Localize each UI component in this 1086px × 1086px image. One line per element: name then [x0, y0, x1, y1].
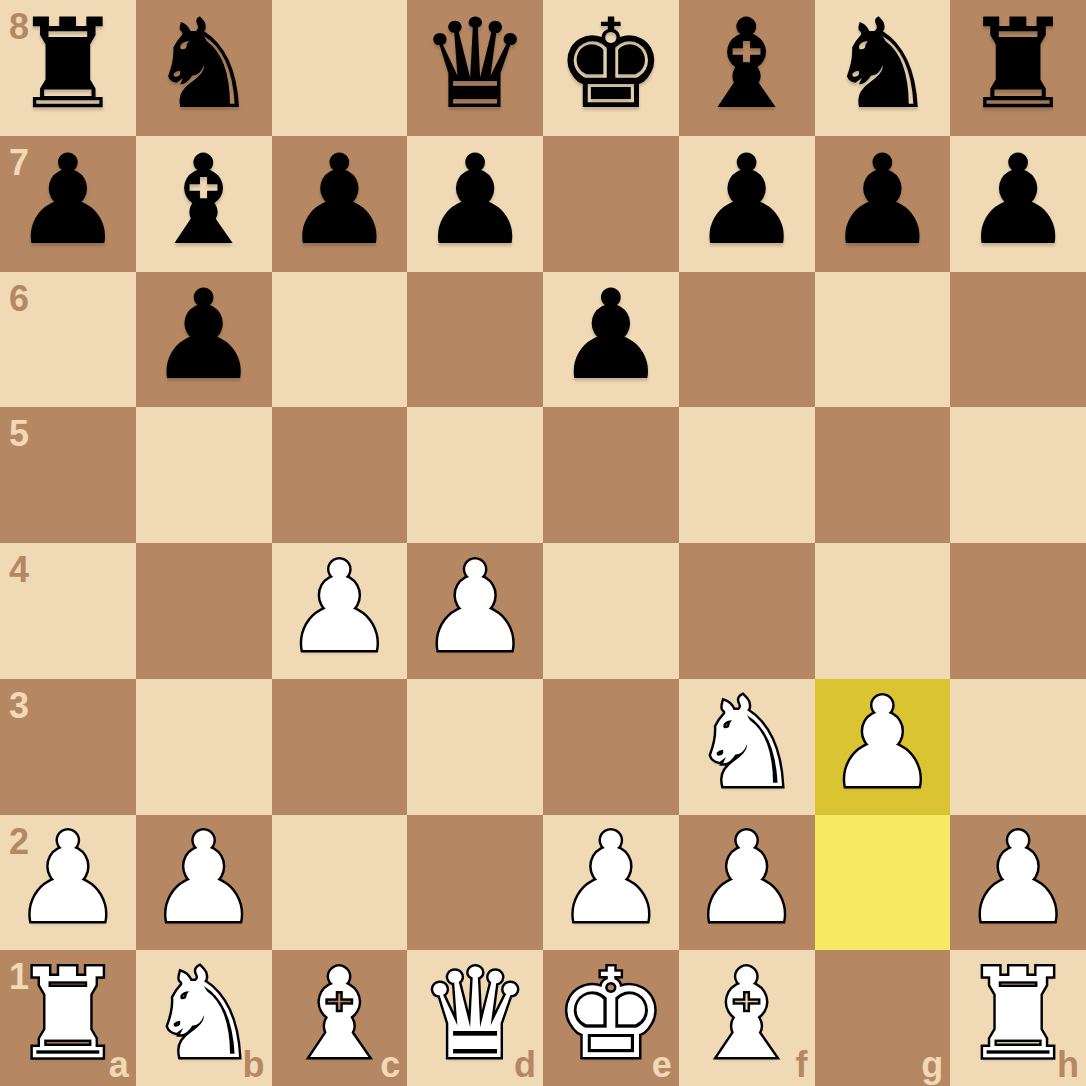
square-g5[interactable] [815, 407, 951, 543]
square-c3[interactable] [272, 679, 408, 815]
square-e4[interactable] [543, 543, 679, 679]
square-f8[interactable]: ♝ [679, 0, 815, 136]
square-c6[interactable] [272, 272, 408, 408]
square-a1[interactable]: 1a♜ [0, 950, 136, 1086]
square-d6[interactable] [407, 272, 543, 408]
square-f1[interactable]: f♝ [679, 950, 815, 1086]
black-pawn-a7[interactable]: ♟ [12, 138, 123, 262]
square-h7[interactable]: ♟ [950, 136, 1086, 272]
square-h1[interactable]: h♜ [950, 950, 1086, 1086]
white-pawn-d4[interactable]: ♟ [420, 545, 531, 669]
square-g7[interactable]: ♟ [815, 136, 951, 272]
white-rook-a1[interactable]: ♜ [12, 952, 123, 1076]
square-h3[interactable] [950, 679, 1086, 815]
white-bishop-f1[interactable]: ♝ [691, 952, 802, 1076]
white-knight-b1[interactable]: ♞ [148, 952, 259, 1076]
square-b4[interactable] [136, 543, 272, 679]
square-g1[interactable]: g [815, 950, 951, 1086]
white-knight-f3[interactable]: ♞ [691, 681, 802, 805]
square-a3[interactable]: 3 [0, 679, 136, 815]
rank-label-3: 3 [9, 685, 29, 727]
square-d8[interactable]: ♛ [407, 0, 543, 136]
rank-label-5: 5 [9, 413, 29, 455]
square-b1[interactable]: b♞ [136, 950, 272, 1086]
white-rook-h1[interactable]: ♜ [963, 952, 1074, 1076]
square-b6[interactable]: ♟ [136, 272, 272, 408]
black-knight-g8[interactable]: ♞ [827, 2, 938, 126]
white-king-e1[interactable]: ♚ [555, 952, 666, 1076]
square-f2[interactable]: ♟ [679, 815, 815, 951]
rank-label-6: 6 [9, 278, 29, 320]
square-c1[interactable]: c♝ [272, 950, 408, 1086]
black-queen-d8[interactable]: ♛ [420, 2, 531, 126]
black-pawn-c7[interactable]: ♟ [284, 138, 395, 262]
square-a2[interactable]: 2♟ [0, 815, 136, 951]
square-d1[interactable]: d♛ [407, 950, 543, 1086]
square-d2[interactable] [407, 815, 543, 951]
black-pawn-b6[interactable]: ♟ [148, 273, 259, 397]
square-f3[interactable]: ♞ [679, 679, 815, 815]
square-c8[interactable] [272, 0, 408, 136]
square-d3[interactable] [407, 679, 543, 815]
square-b3[interactable] [136, 679, 272, 815]
square-f6[interactable] [679, 272, 815, 408]
square-c5[interactable] [272, 407, 408, 543]
square-e7[interactable] [543, 136, 679, 272]
white-pawn-a2[interactable]: ♟ [12, 816, 123, 940]
black-pawn-f7[interactable]: ♟ [691, 138, 802, 262]
chess-board: 8♜♞♛♚♝♞♜7♟♝♟♟♟♟♟6♟♟54♟♟3♞♟2♟♟♟♟♟1a♜b♞c♝d… [0, 0, 1086, 1086]
square-e2[interactable]: ♟ [543, 815, 679, 951]
white-pawn-e2[interactable]: ♟ [555, 816, 666, 940]
square-b7[interactable]: ♝ [136, 136, 272, 272]
square-a8[interactable]: 8♜ [0, 0, 136, 136]
white-bishop-c1[interactable]: ♝ [284, 952, 395, 1076]
square-e8[interactable]: ♚ [543, 0, 679, 136]
square-h5[interactable] [950, 407, 1086, 543]
square-b8[interactable]: ♞ [136, 0, 272, 136]
square-d5[interactable] [407, 407, 543, 543]
square-b2[interactable]: ♟ [136, 815, 272, 951]
square-a4[interactable]: 4 [0, 543, 136, 679]
black-rook-h8[interactable]: ♜ [963, 2, 1074, 126]
black-king-e8[interactable]: ♚ [555, 2, 666, 126]
square-g8[interactable]: ♞ [815, 0, 951, 136]
square-f5[interactable] [679, 407, 815, 543]
square-a6[interactable]: 6 [0, 272, 136, 408]
square-f4[interactable] [679, 543, 815, 679]
square-e6[interactable]: ♟ [543, 272, 679, 408]
square-e5[interactable] [543, 407, 679, 543]
square-g4[interactable] [815, 543, 951, 679]
white-queen-d1[interactable]: ♛ [420, 952, 531, 1076]
square-c2[interactable] [272, 815, 408, 951]
square-g3[interactable]: ♟ [815, 679, 951, 815]
black-pawn-e6[interactable]: ♟ [555, 273, 666, 397]
square-g6[interactable] [815, 272, 951, 408]
black-pawn-h7[interactable]: ♟ [963, 138, 1074, 262]
white-pawn-b2[interactable]: ♟ [148, 816, 259, 940]
square-h8[interactable]: ♜ [950, 0, 1086, 136]
square-a5[interactable]: 5 [0, 407, 136, 543]
square-a7[interactable]: 7♟ [0, 136, 136, 272]
square-c4[interactable]: ♟ [272, 543, 408, 679]
square-e3[interactable] [543, 679, 679, 815]
white-pawn-f2[interactable]: ♟ [691, 816, 802, 940]
square-f7[interactable]: ♟ [679, 136, 815, 272]
square-e1[interactable]: e♚ [543, 950, 679, 1086]
white-pawn-g3[interactable]: ♟ [827, 681, 938, 805]
square-d4[interactable]: ♟ [407, 543, 543, 679]
square-h6[interactable] [950, 272, 1086, 408]
white-pawn-h2[interactable]: ♟ [963, 816, 1074, 940]
square-h2[interactable]: ♟ [950, 815, 1086, 951]
black-pawn-d7[interactable]: ♟ [420, 138, 531, 262]
white-pawn-c4[interactable]: ♟ [284, 545, 395, 669]
file-label-g: g [921, 1044, 943, 1086]
black-rook-a8[interactable]: ♜ [12, 2, 123, 126]
square-g2[interactable] [815, 815, 951, 951]
square-h4[interactable] [950, 543, 1086, 679]
square-c7[interactable]: ♟ [272, 136, 408, 272]
square-d7[interactable]: ♟ [407, 136, 543, 272]
black-pawn-g7[interactable]: ♟ [827, 138, 938, 262]
rank-label-4: 4 [9, 549, 29, 591]
black-bishop-b7[interactable]: ♝ [148, 138, 259, 262]
square-b5[interactable] [136, 407, 272, 543]
black-knight-b8[interactable]: ♞ [148, 2, 259, 126]
black-bishop-f8[interactable]: ♝ [691, 2, 802, 126]
